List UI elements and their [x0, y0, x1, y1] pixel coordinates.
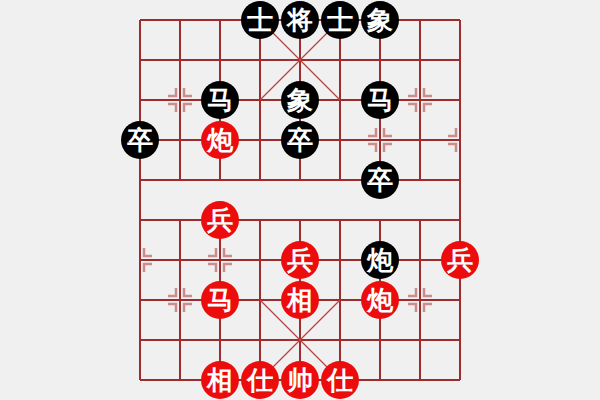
black-pawn[interactable]: 卒	[121, 121, 159, 159]
red-pawn[interactable]: 兵	[201, 201, 239, 239]
red-horse[interactable]: 马	[201, 281, 239, 319]
red-elephant[interactable]: 相	[201, 361, 239, 399]
black-pawn[interactable]: 卒	[361, 161, 399, 199]
black-horse[interactable]: 马	[361, 81, 399, 119]
black-elephant[interactable]: 象	[281, 81, 319, 119]
black-advisor[interactable]: 士	[241, 1, 279, 39]
red-general[interactable]: 帅	[281, 361, 319, 399]
red-pawn[interactable]: 兵	[281, 241, 319, 279]
black-pawn[interactable]: 卒	[281, 121, 319, 159]
red-advisor[interactable]: 仕	[241, 361, 279, 399]
red-cannon[interactable]: 炮	[361, 281, 399, 319]
black-horse[interactable]: 马	[201, 81, 239, 119]
xiangqi-board-screen: 士将士象马象马卒炮卒卒兵兵炮兵马相炮相仕帅仕	[0, 0, 600, 400]
red-cannon[interactable]: 炮	[201, 121, 239, 159]
pieces-layer: 士将士象马象马卒炮卒卒兵兵炮兵马相炮相仕帅仕	[0, 0, 600, 400]
red-elephant[interactable]: 相	[281, 281, 319, 319]
black-cannon[interactable]: 炮	[361, 241, 399, 279]
black-advisor[interactable]: 士	[321, 1, 359, 39]
red-pawn[interactable]: 兵	[441, 241, 479, 279]
red-advisor[interactable]: 仕	[321, 361, 359, 399]
black-general[interactable]: 将	[281, 1, 319, 39]
black-elephant[interactable]: 象	[361, 1, 399, 39]
